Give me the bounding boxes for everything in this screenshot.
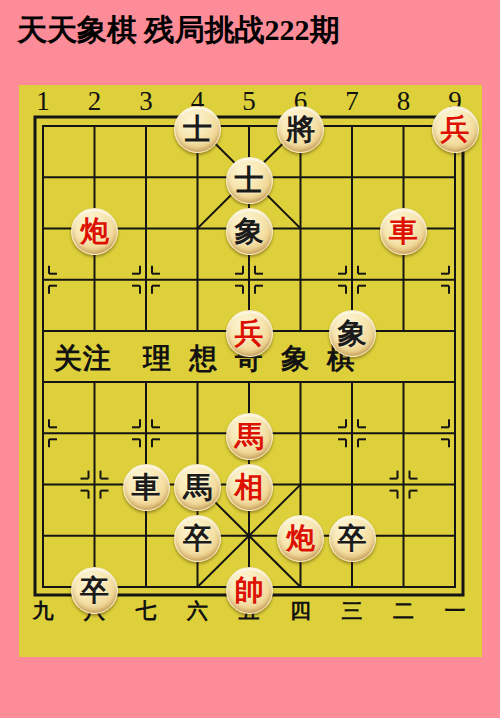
piece-glyph: 車 (389, 217, 418, 246)
piece-black-elephant[interactable]: 象 (329, 310, 376, 357)
piece-glyph: 兵 (235, 319, 264, 348)
piece-red-elephant[interactable]: 相 (226, 464, 273, 511)
file-number-top-1: 1 (36, 88, 50, 115)
piece-black-elephant[interactable]: 象 (226, 208, 273, 255)
piece-glyph: 士 (183, 115, 212, 144)
piece-red-general[interactable]: 帥 (226, 567, 273, 614)
piece-black-general[interactable]: 將 (277, 106, 324, 153)
file-number-bottom-1: 九 (33, 601, 54, 622)
piece-red-cannon[interactable]: 炮 (71, 208, 118, 255)
file-number-top-8: 8 (397, 88, 411, 115)
file-number-bottom-8: 二 (393, 601, 414, 622)
piece-glyph: 車 (132, 473, 161, 502)
file-number-bottom-9: 一 (445, 601, 466, 622)
piece-glyph: 象 (338, 319, 367, 348)
piece-glyph: 炮 (286, 524, 315, 553)
file-number-bottom-4: 六 (187, 601, 208, 622)
piece-glyph: 士 (235, 166, 264, 195)
piece-black-horse[interactable]: 馬 (174, 464, 221, 511)
piece-black-chariot[interactable]: 車 (123, 464, 170, 511)
piece-glyph: 兵 (441, 115, 470, 144)
file-number-bottom-7: 三 (342, 601, 363, 622)
piece-red-soldier[interactable]: 兵 (432, 106, 479, 153)
piece-glyph: 炮 (80, 217, 109, 246)
file-number-top-5: 5 (242, 88, 256, 115)
river-text-left: 关注 (54, 344, 112, 374)
file-number-top-7: 7 (345, 88, 359, 115)
piece-glyph: 帥 (235, 576, 264, 605)
piece-red-horse[interactable]: 馬 (226, 413, 273, 460)
piece-glyph: 相 (235, 473, 264, 502)
file-number-top-2: 2 (88, 88, 102, 115)
piece-glyph: 卒 (80, 576, 109, 605)
piece-black-soldier[interactable]: 卒 (71, 567, 118, 614)
piece-red-cannon[interactable]: 炮 (277, 515, 324, 562)
file-number-bottom-6: 四 (290, 601, 311, 622)
piece-glyph: 卒 (338, 524, 367, 553)
piece-glyph: 卒 (183, 524, 212, 553)
piece-black-soldier[interactable]: 卒 (174, 515, 221, 562)
piece-red-chariot[interactable]: 車 (380, 208, 427, 255)
piece-black-soldier[interactable]: 卒 (329, 515, 376, 562)
app-screenshot: { "game": "xiangqi", "title": "天天象棋 残局挑战… (0, 0, 500, 718)
piece-glyph: 馬 (235, 422, 264, 451)
piece-glyph: 將 (286, 115, 315, 144)
piece-glyph: 象 (235, 217, 264, 246)
file-number-top-3: 3 (139, 88, 153, 115)
piece-red-soldier[interactable]: 兵 (226, 310, 273, 357)
piece-black-advisor[interactable]: 士 (226, 157, 273, 204)
piece-black-advisor[interactable]: 士 (174, 106, 221, 153)
file-number-bottom-3: 七 (136, 601, 157, 622)
piece-glyph: 馬 (183, 473, 212, 502)
